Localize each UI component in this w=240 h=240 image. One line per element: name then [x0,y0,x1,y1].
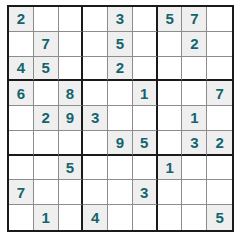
cell-r1c3[interactable] [59,7,84,32]
cell-r9c3[interactable] [59,205,84,230]
cell-r8c8[interactable] [182,180,207,205]
cell-r2c7[interactable] [158,32,183,57]
cell-r8c2[interactable] [34,180,59,205]
cell-r3c4[interactable] [83,57,108,82]
cell-r4c1[interactable]: 6 [9,81,34,106]
cell-r4c4[interactable] [83,81,108,106]
cell-r4c6[interactable]: 1 [133,81,158,106]
cell-r2c2[interactable]: 7 [34,32,59,57]
cell-r9c1[interactable] [9,205,34,230]
cell-r4c3[interactable]: 8 [59,81,84,106]
cell-r2c8[interactable]: 2 [182,32,207,57]
cell-r7c7[interactable]: 1 [158,156,183,181]
cell-r3c3[interactable] [59,57,84,82]
sudoku-board: 23577524526817293195325173145 [7,5,234,232]
cell-r6c7[interactable] [158,131,183,156]
cell-r8c9[interactable] [207,180,232,205]
cell-r4c7[interactable] [158,81,183,106]
cell-r6c1[interactable] [9,131,34,156]
cell-r9c4[interactable]: 4 [83,205,108,230]
cell-r3c6[interactable] [133,57,158,82]
cell-r1c8[interactable]: 7 [182,7,207,32]
cell-r2c6[interactable] [133,32,158,57]
cell-r8c5[interactable] [108,180,133,205]
cell-r3c9[interactable] [207,57,232,82]
cell-r2c5[interactable]: 5 [108,32,133,57]
cell-r6c9[interactable]: 2 [207,131,232,156]
cell-r5c6[interactable] [133,106,158,131]
cell-r1c2[interactable] [34,7,59,32]
cell-r8c1[interactable]: 7 [9,180,34,205]
cell-r6c6[interactable]: 5 [133,131,158,156]
cell-r6c3[interactable] [59,131,84,156]
cell-r8c6[interactable]: 3 [133,180,158,205]
cell-r5c3[interactable]: 9 [59,106,84,131]
cell-r4c8[interactable] [182,81,207,106]
cell-r4c5[interactable] [108,81,133,106]
cell-r3c7[interactable] [158,57,183,82]
cell-r2c3[interactable] [59,32,84,57]
cell-r5c8[interactable]: 1 [182,106,207,131]
cell-r5c4[interactable]: 3 [83,106,108,131]
cell-r5c9[interactable] [207,106,232,131]
cell-r1c9[interactable] [207,7,232,32]
cell-r4c9[interactable]: 7 [207,81,232,106]
page-background: 23577524526817293195325173145 [0,0,240,240]
cell-r7c8[interactable] [182,156,207,181]
cell-r7c5[interactable] [108,156,133,181]
cell-r1c7[interactable]: 5 [158,7,183,32]
cell-r4c2[interactable] [34,81,59,106]
cell-r8c4[interactable] [83,180,108,205]
cell-r5c5[interactable] [108,106,133,131]
cell-r9c9[interactable]: 5 [207,205,232,230]
cell-r1c4[interactable] [83,7,108,32]
cell-r1c5[interactable]: 3 [108,7,133,32]
cell-r7c9[interactable] [207,156,232,181]
cell-r7c1[interactable] [9,156,34,181]
cell-r8c3[interactable] [59,180,84,205]
cell-r2c4[interactable] [83,32,108,57]
cell-r5c2[interactable]: 2 [34,106,59,131]
cell-r3c5[interactable]: 2 [108,57,133,82]
cell-r2c1[interactable] [9,32,34,57]
cell-r9c2[interactable]: 1 [34,205,59,230]
cell-r9c5[interactable] [108,205,133,230]
cell-r5c1[interactable] [9,106,34,131]
cell-r3c1[interactable]: 4 [9,57,34,82]
cell-r9c6[interactable] [133,205,158,230]
cell-r1c6[interactable] [133,7,158,32]
cell-r3c2[interactable]: 5 [34,57,59,82]
cell-r6c5[interactable]: 9 [108,131,133,156]
cell-r3c8[interactable] [182,57,207,82]
cell-r9c7[interactable] [158,205,183,230]
cell-r8c7[interactable] [158,180,183,205]
cell-r6c2[interactable] [34,131,59,156]
cell-r5c7[interactable] [158,106,183,131]
cell-r2c9[interactable] [207,32,232,57]
cell-r9c8[interactable] [182,205,207,230]
cell-r1c1[interactable]: 2 [9,7,34,32]
cell-r7c6[interactable] [133,156,158,181]
cell-r7c4[interactable] [83,156,108,181]
cell-r6c8[interactable]: 3 [182,131,207,156]
cell-r6c4[interactable] [83,131,108,156]
cell-r7c2[interactable] [34,156,59,181]
cell-r7c3[interactable]: 5 [59,156,84,181]
